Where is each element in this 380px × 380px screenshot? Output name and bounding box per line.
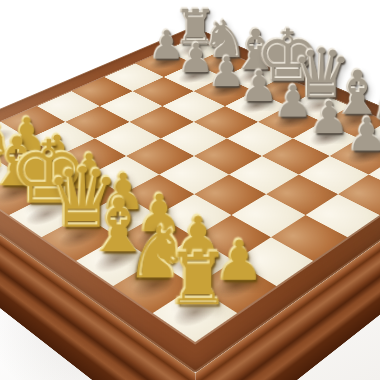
scene: ♜♟♟♜♞♟♟♞♝♟♟♝♚♟♟♚♛♟♟♛♝♟♟♝♞♟♟♞♜♟♟♜ xyxy=(0,0,380,380)
piece-glyph: ♜ xyxy=(124,243,274,315)
piece-glyph: ♟ xyxy=(345,128,380,175)
board-square xyxy=(229,156,299,194)
chess-set-photo: ♜♟♟♜♞♟♟♞♝♟♟♝♚♟♟♚♛♟♟♛♝♟♟♝♞♟♟♞♜♟♟♜ xyxy=(0,0,380,380)
board-square xyxy=(266,174,338,214)
board-square xyxy=(338,174,380,214)
chess-board: ♜♟♟♜♞♟♟♞♝♟♟♝♚♟♟♚♛♟♟♛♝♟♟♝♞♟♟♞♜♟♟♜ xyxy=(0,26,380,373)
board-square xyxy=(306,194,380,237)
